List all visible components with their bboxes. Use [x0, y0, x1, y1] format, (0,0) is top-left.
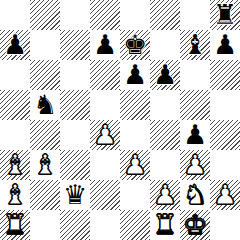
square-a4[interactable] [0, 120, 30, 150]
white-pawn-h2[interactable]: ♟ [213, 180, 237, 210]
square-f8[interactable] [150, 0, 180, 30]
square-f2[interactable]: ♟ [150, 180, 180, 210]
white-rook-f1[interactable]: ♜ [153, 210, 177, 240]
white-pawn-f2[interactable]: ♟ [153, 180, 177, 210]
square-h2[interactable]: ♟ [210, 180, 240, 210]
square-c5[interactable] [60, 90, 90, 120]
square-d2[interactable] [90, 180, 120, 210]
square-b2[interactable] [30, 180, 60, 210]
black-pawn-g4[interactable]: ♟ [183, 120, 207, 150]
square-a7[interactable]: ♟ [0, 30, 30, 60]
square-h7[interactable]: ♟ [210, 30, 240, 60]
square-e1[interactable] [120, 210, 150, 240]
square-b3[interactable]: ♝ [30, 150, 60, 180]
black-king-e7[interactable]: ♚ [123, 30, 147, 60]
square-a6[interactable] [0, 60, 30, 90]
square-b8[interactable] [30, 0, 60, 30]
black-rook-h8[interactable]: ♜ [213, 0, 237, 30]
white-king-g1[interactable]: ♚ [183, 210, 207, 240]
square-d8[interactable] [90, 0, 120, 30]
square-c8[interactable] [60, 0, 90, 30]
square-b4[interactable] [30, 120, 60, 150]
chess-board: ♜♟♟♚♝♟♟♟♞♟♟♝♝♟♟♝♛♟♞♟♜♜♚ [0, 0, 240, 240]
black-pawn-e6[interactable]: ♟ [123, 60, 147, 90]
square-d5[interactable] [90, 90, 120, 120]
square-d3[interactable] [90, 150, 120, 180]
white-knight-g2[interactable]: ♞ [183, 180, 207, 210]
square-e5[interactable] [120, 90, 150, 120]
square-d7[interactable]: ♟ [90, 30, 120, 60]
square-a5[interactable] [0, 90, 30, 120]
white-pawn-g3[interactable]: ♟ [183, 150, 207, 180]
square-d1[interactable] [90, 210, 120, 240]
black-queen-c2[interactable]: ♛ [63, 180, 87, 210]
square-e8[interactable] [120, 0, 150, 30]
square-a2[interactable]: ♝ [0, 180, 30, 210]
white-bishop-b3[interactable]: ♝ [33, 150, 57, 180]
black-pawn-a7[interactable]: ♟ [3, 30, 27, 60]
square-c2[interactable]: ♛ [60, 180, 90, 210]
square-e3[interactable]: ♟ [120, 150, 150, 180]
square-a1[interactable]: ♜ [0, 210, 30, 240]
black-pawn-h7[interactable]: ♟ [213, 30, 237, 60]
square-g3[interactable]: ♟ [180, 150, 210, 180]
square-e4[interactable] [120, 120, 150, 150]
square-f1[interactable]: ♜ [150, 210, 180, 240]
square-g1[interactable]: ♚ [180, 210, 210, 240]
square-c7[interactable] [60, 30, 90, 60]
square-a3[interactable]: ♝ [0, 150, 30, 180]
square-h1[interactable] [210, 210, 240, 240]
square-a8[interactable] [0, 0, 30, 30]
square-c6[interactable] [60, 60, 90, 90]
square-g5[interactable] [180, 90, 210, 120]
square-g2[interactable]: ♞ [180, 180, 210, 210]
square-e6[interactable]: ♟ [120, 60, 150, 90]
square-c4[interactable] [60, 120, 90, 150]
square-b1[interactable] [30, 210, 60, 240]
square-g7[interactable]: ♝ [180, 30, 210, 60]
square-d6[interactable] [90, 60, 120, 90]
square-f7[interactable] [150, 30, 180, 60]
white-pawn-d4[interactable]: ♟ [93, 120, 117, 150]
black-bishop-g7[interactable]: ♝ [183, 30, 207, 60]
square-h5[interactable] [210, 90, 240, 120]
square-f3[interactable] [150, 150, 180, 180]
square-h4[interactable] [210, 120, 240, 150]
square-g6[interactable] [180, 60, 210, 90]
square-h3[interactable] [210, 150, 240, 180]
square-b5[interactable]: ♞ [30, 90, 60, 120]
square-f5[interactable] [150, 90, 180, 120]
white-pawn-e3[interactable]: ♟ [123, 150, 147, 180]
square-f6[interactable]: ♟ [150, 60, 180, 90]
square-c3[interactable] [60, 150, 90, 180]
black-pawn-d7[interactable]: ♟ [93, 30, 117, 60]
white-bishop-a2[interactable]: ♝ [3, 180, 27, 210]
square-h8[interactable]: ♜ [210, 0, 240, 30]
white-bishop-a3[interactable]: ♝ [3, 150, 27, 180]
square-e2[interactable] [120, 180, 150, 210]
square-b6[interactable] [30, 60, 60, 90]
square-d4[interactable]: ♟ [90, 120, 120, 150]
square-c1[interactable] [60, 210, 90, 240]
white-rook-a1[interactable]: ♜ [3, 210, 27, 240]
black-pawn-f6[interactable]: ♟ [153, 60, 177, 90]
black-knight-b5[interactable]: ♞ [33, 90, 57, 120]
square-g4[interactable]: ♟ [180, 120, 210, 150]
square-h6[interactable] [210, 60, 240, 90]
square-b7[interactable] [30, 30, 60, 60]
square-e7[interactable]: ♚ [120, 30, 150, 60]
square-g8[interactable] [180, 0, 210, 30]
square-f4[interactable] [150, 120, 180, 150]
